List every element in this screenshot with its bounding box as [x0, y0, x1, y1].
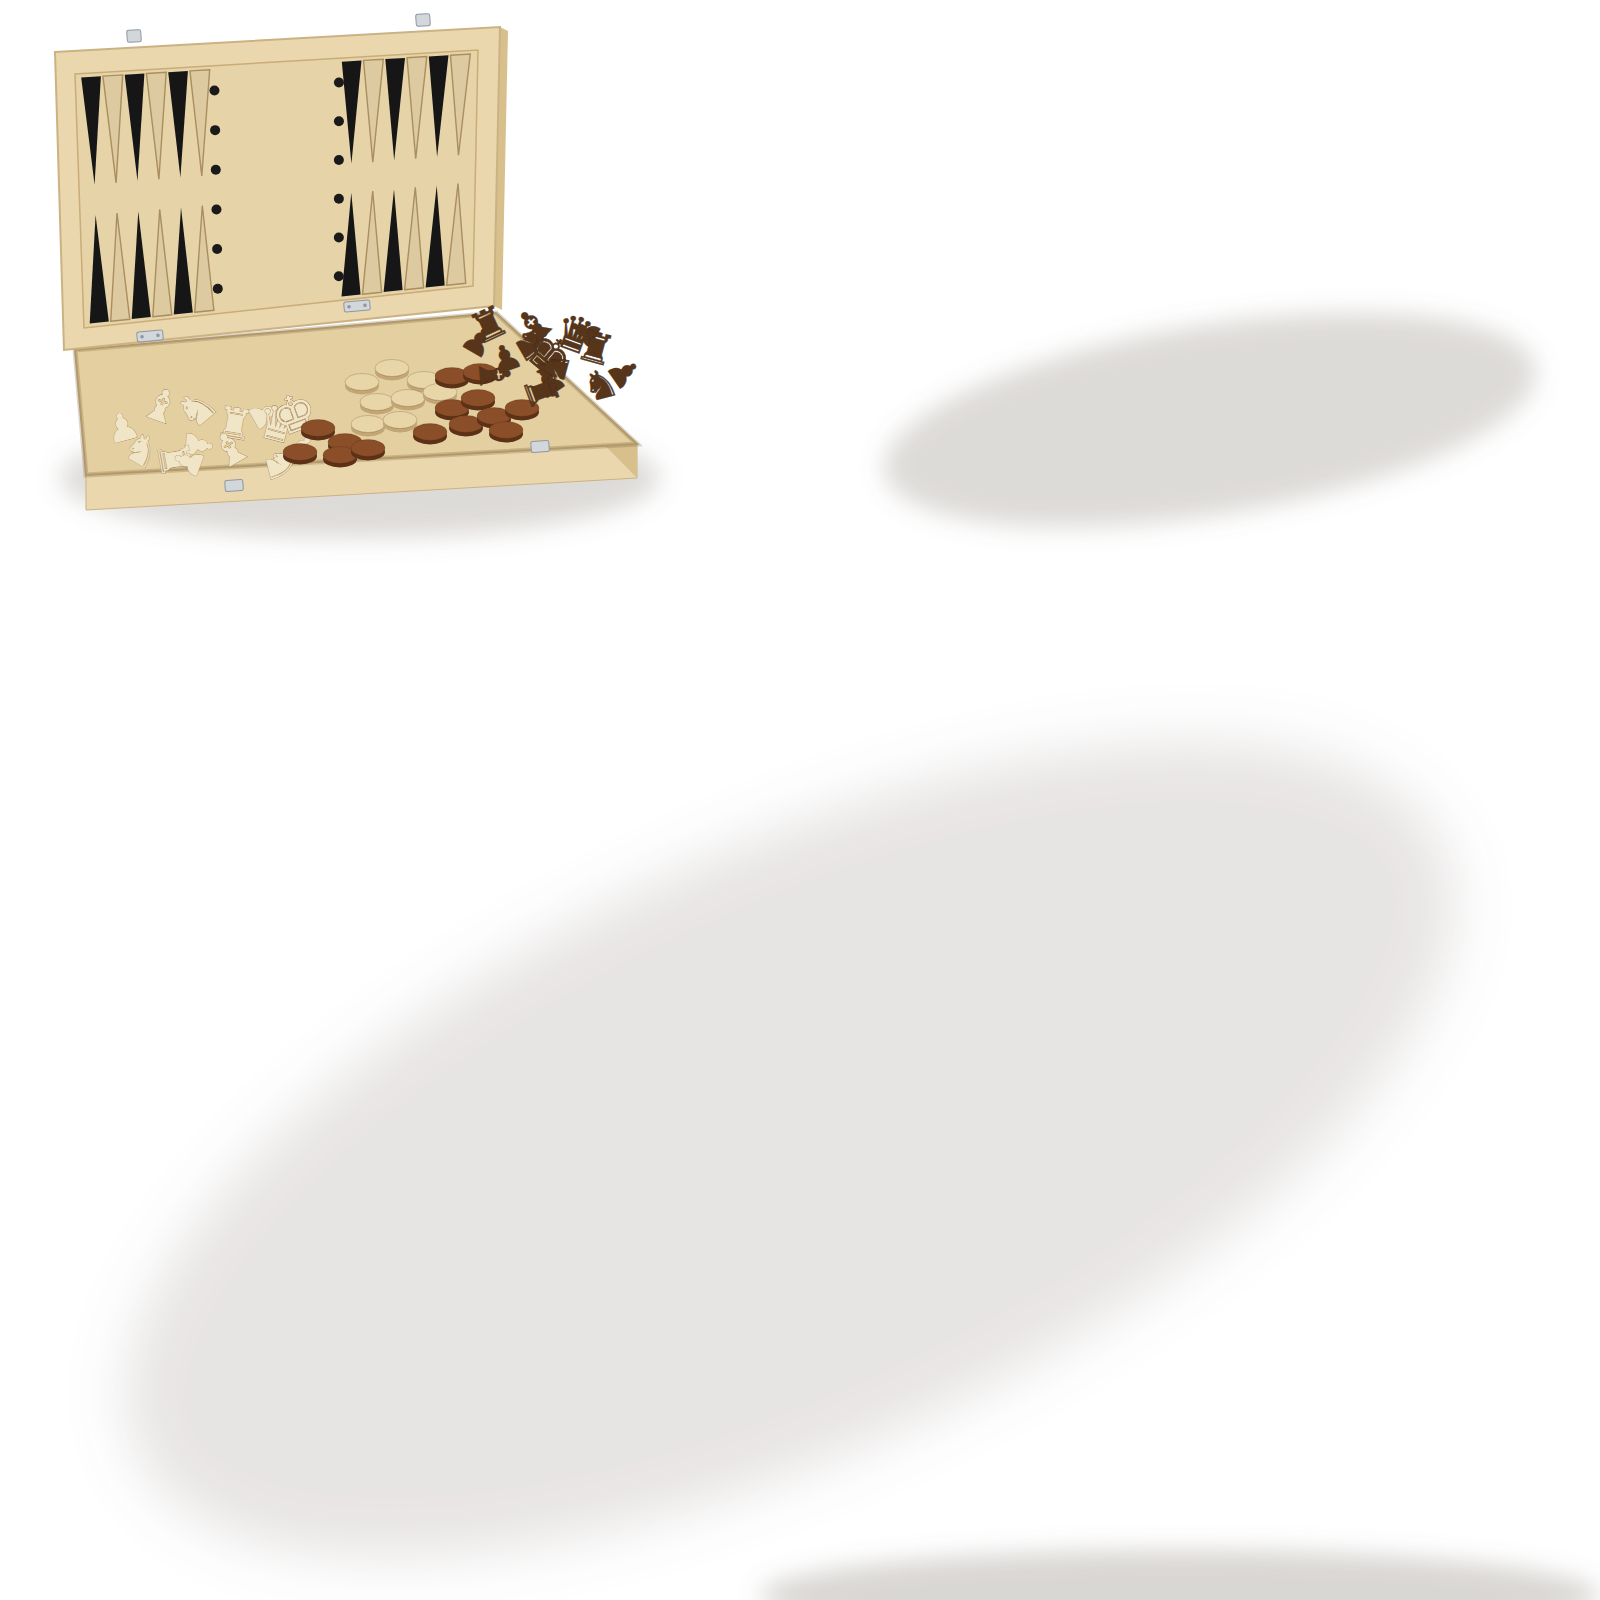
loose-pieces-shadow	[760, 1550, 1600, 1600]
product-photo: ♟♝♟♞♜♟♜♟♝♛♟♞♚♞♟♜♞♝♛♟♝♟♚♞♜♟♟♜♞	[0, 0, 1600, 1600]
hinge-icon	[137, 330, 164, 342]
peg-hole	[334, 194, 344, 204]
backgammon-storage-box: ♟♝♟♞♜♟♜♟♝♛♟♞♚♞♟♜♞♝♛♟♝♟♚♞♜♟♟♜♞	[55, 14, 650, 510]
chess-board-shadow	[11, 574, 1570, 1600]
latch-icon	[127, 30, 142, 43]
clasp-fitting-icon	[225, 479, 244, 491]
peg-hole	[334, 78, 344, 88]
peg-hole	[212, 244, 222, 254]
peg-hole	[211, 204, 221, 214]
scene-canvas: ♟♝♟♞♜♟♜♟♝♛♟♞♚♞♟♜♞♝♛♟♝♟♚♞♜♟♟♜♞	[0, 0, 1600, 1600]
peg-hole	[213, 284, 223, 294]
peg-hole	[334, 233, 344, 243]
checkers-board-shadow	[869, 275, 1551, 566]
peg-hole	[211, 165, 221, 175]
latch-icon	[416, 14, 431, 27]
peg-hole	[209, 85, 219, 95]
peg-hole	[334, 155, 344, 165]
hinge-icon	[344, 300, 371, 312]
clasp-fitting-icon	[531, 440, 550, 452]
peg-hole	[334, 116, 344, 126]
peg-hole	[334, 271, 344, 281]
peg-hole	[210, 125, 220, 135]
